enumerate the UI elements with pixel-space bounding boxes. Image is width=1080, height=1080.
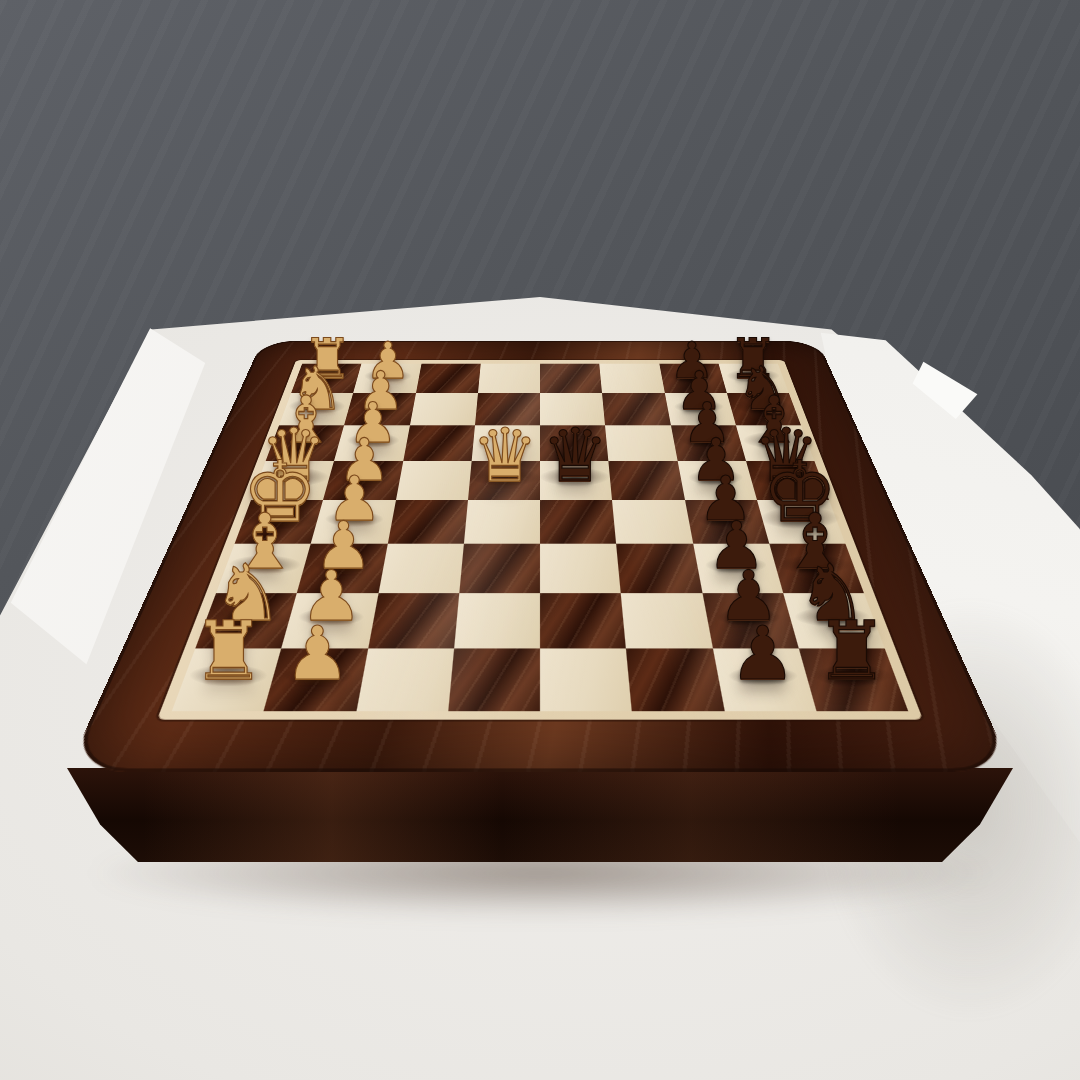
square-h5 [540, 648, 632, 711]
square-f8 [769, 544, 864, 593]
square-e7 [685, 500, 770, 544]
square-e8 [757, 500, 846, 544]
square-f3 [378, 544, 464, 593]
square-b5 [540, 393, 605, 425]
square-f7 [693, 544, 783, 593]
square-c6 [605, 425, 677, 461]
square-f5 [540, 544, 621, 593]
square-a8 [718, 364, 788, 393]
square-g5 [540, 593, 626, 648]
square-c2 [334, 425, 409, 461]
square-c5 [540, 425, 609, 461]
square-g3 [368, 593, 459, 648]
square-c1 [266, 425, 345, 461]
square-d2 [323, 461, 403, 500]
board-front-edge [67, 768, 1013, 862]
square-d4 [468, 461, 540, 500]
square-d7 [677, 461, 757, 500]
square-e5 [540, 500, 616, 544]
square-b8 [727, 393, 801, 425]
square-h6 [626, 648, 724, 711]
square-e1 [235, 500, 324, 544]
square-h8 [798, 648, 908, 711]
square-d5 [540, 461, 612, 500]
square-d8 [746, 461, 829, 500]
square-c7 [670, 425, 745, 461]
square-f4 [459, 544, 540, 593]
square-b3 [410, 393, 478, 425]
square-b6 [602, 393, 670, 425]
square-h4 [448, 648, 540, 711]
square-e6 [612, 500, 692, 544]
square-f2 [297, 544, 387, 593]
square-f1 [216, 544, 311, 593]
square-b1 [279, 393, 353, 425]
square-d1 [251, 461, 334, 500]
square-c4 [471, 425, 540, 461]
square-c8 [736, 425, 815, 461]
square-c3 [403, 425, 475, 461]
square-g4 [454, 593, 540, 648]
square-e3 [387, 500, 467, 544]
square-b7 [664, 393, 735, 425]
square-e2 [311, 500, 396, 544]
square-f6 [616, 544, 702, 593]
square-a4 [478, 364, 540, 393]
board-grid [172, 364, 909, 712]
board-maple-margin [157, 360, 923, 720]
square-a2 [353, 364, 421, 393]
square-e4 [464, 500, 540, 544]
square-g6 [621, 593, 712, 648]
square-a6 [599, 364, 664, 393]
square-g2 [282, 593, 379, 648]
square-d3 [396, 461, 472, 500]
scene: ♜♞♝♛♚♝♞♜♟♟♟♟♟♟♟♟♛♜♞♝♛♚♝♞♜♟♟♟♟♟♟♟♟♛ [0, 0, 1080, 1080]
square-h2 [264, 648, 368, 711]
square-b4 [475, 393, 540, 425]
square-g1 [195, 593, 297, 648]
square-a3 [416, 364, 481, 393]
square-a5 [540, 364, 602, 393]
square-b2 [344, 393, 415, 425]
square-d6 [609, 461, 685, 500]
square-a1 [291, 364, 361, 393]
square-g7 [702, 593, 799, 648]
square-h3 [356, 648, 454, 711]
square-g8 [783, 593, 885, 648]
square-h1 [172, 648, 282, 711]
square-a7 [659, 364, 727, 393]
